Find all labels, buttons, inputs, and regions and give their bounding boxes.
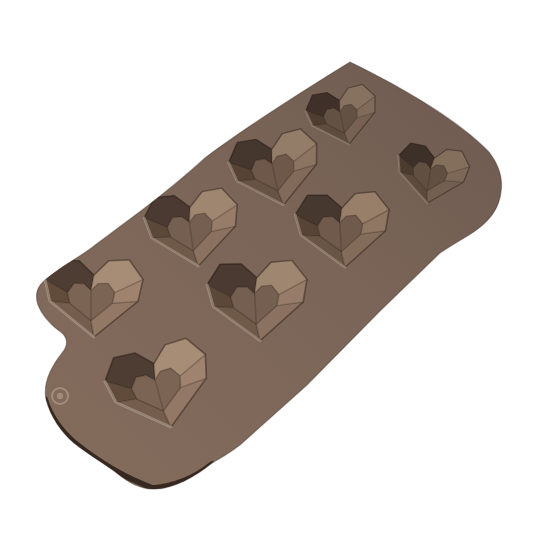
product-photo-canvas [0, 0, 550, 550]
chocolate-mold-photo [0, 0, 550, 550]
chocolate-mold-svg [0, 0, 550, 550]
